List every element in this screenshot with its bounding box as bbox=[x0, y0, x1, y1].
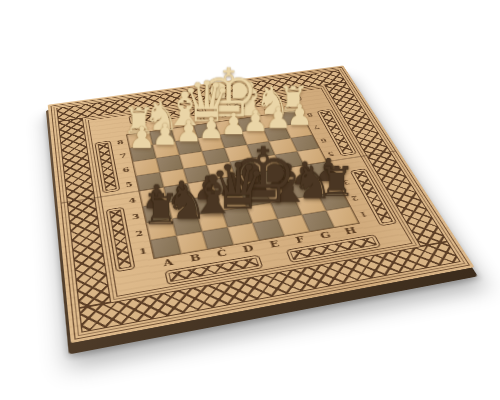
knot-cartouche-right-2 bbox=[350, 168, 398, 226]
square-h2 bbox=[318, 191, 350, 211]
file-labels-near: ABĊDEFGH bbox=[153, 224, 365, 271]
square-c3 bbox=[192, 195, 222, 215]
square-h1 bbox=[326, 207, 359, 228]
rank-label-right-3: 3 bbox=[335, 174, 357, 191]
rank-label-left-4: 4 bbox=[123, 191, 142, 209]
square-a2 bbox=[147, 219, 177, 240]
rank-label-right-2: 2 bbox=[343, 189, 366, 207]
square-g2 bbox=[295, 195, 326, 215]
square-d3 bbox=[217, 191, 247, 211]
board-face: ABĊDEFGH ABĊDEFGH 87654321 87654321 bbox=[48, 65, 475, 343]
square-f1 bbox=[277, 215, 309, 236]
square-e1 bbox=[253, 219, 285, 240]
rank-label-left-2: 2 bbox=[129, 223, 149, 243]
rank-label-left-3: 3 bbox=[126, 207, 145, 226]
rank-label-left-1: 1 bbox=[133, 241, 153, 262]
square-f3 bbox=[264, 183, 294, 202]
square-h3 bbox=[311, 176, 342, 195]
square-a5 bbox=[136, 172, 164, 191]
file-label-e: E bbox=[259, 237, 289, 253]
square-c4 bbox=[188, 180, 217, 199]
file-label-c: Ċ bbox=[207, 245, 237, 261]
square-d1 bbox=[227, 223, 259, 245]
square-g3 bbox=[288, 180, 319, 199]
square-b4 bbox=[164, 183, 193, 202]
knot-cartouche-bottom-2 bbox=[286, 234, 382, 263]
square-e2 bbox=[246, 203, 277, 223]
square-b2 bbox=[172, 215, 202, 236]
square-a1 bbox=[150, 236, 181, 258]
knot-cartouche-left-2 bbox=[106, 207, 136, 272]
square-g1 bbox=[302, 211, 334, 232]
square-c1 bbox=[202, 227, 233, 249]
square-f2 bbox=[271, 199, 302, 219]
knot-cartouche-bottom-1 bbox=[164, 255, 263, 285]
file-label-g: G bbox=[310, 228, 340, 243]
file-label-h: H bbox=[335, 224, 365, 239]
square-b3 bbox=[168, 199, 197, 219]
file-label-b: B bbox=[180, 250, 210, 266]
chess-board: ABĊDEFGH ABĊDEFGH 87654321 87654321 ♜♞♝♛… bbox=[48, 65, 475, 343]
square-e3 bbox=[241, 187, 271, 206]
square-c2 bbox=[197, 211, 227, 232]
square-a4 bbox=[139, 187, 167, 206]
rank-label-right-1: 1 bbox=[351, 204, 375, 223]
square-d4 bbox=[211, 176, 240, 195]
file-label-a: A bbox=[153, 255, 183, 271]
square-b1 bbox=[176, 231, 207, 253]
file-label-d: D bbox=[233, 241, 263, 257]
square-a3 bbox=[143, 203, 172, 223]
file-label-f: F bbox=[285, 232, 315, 247]
perspective-wrap: ABĊDEFGH ABĊDEFGH 87654321 87654321 ♜♞♝♛… bbox=[0, 0, 500, 400]
rank-label-left-5: 5 bbox=[120, 176, 138, 193]
square-d2 bbox=[222, 207, 253, 228]
product-photo: ABĊDEFGH ABĊDEFGH 87654321 87654321 ♜♞♝♛… bbox=[0, 0, 500, 400]
